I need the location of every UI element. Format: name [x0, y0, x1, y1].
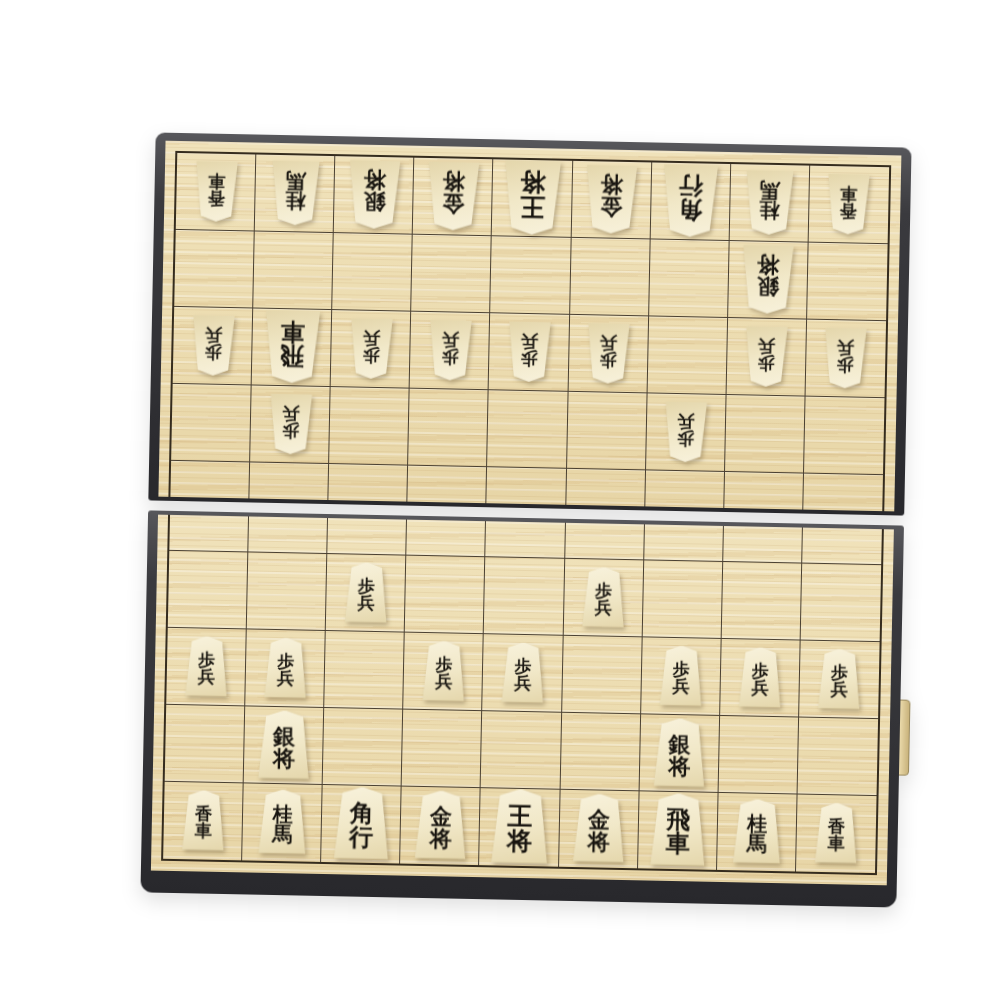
- board-cell: [324, 631, 405, 710]
- piece-gote-lance[interactable]: 香車: [192, 161, 239, 222]
- board-cell: [647, 316, 728, 395]
- piece-sente-pawn[interactable]: 歩兵: [580, 566, 627, 627]
- board-cell: [248, 516, 328, 554]
- board-cell: [642, 560, 723, 639]
- piece-gote-lance[interactable]: 香車: [825, 173, 872, 234]
- piece-gote-silver-general[interactable]: 銀将: [346, 159, 403, 228]
- piece-sente-silver-general[interactable]: 銀将: [651, 718, 708, 787]
- lance-kanji: 香車: [192, 161, 239, 222]
- pawn-kanji: 歩兵: [427, 319, 474, 380]
- gold-general-kanji: 金将: [583, 164, 640, 233]
- board-cell: [562, 636, 643, 715]
- piece-sente-pawn[interactable]: 歩兵: [499, 642, 546, 703]
- knight-kanji: 桂馬: [269, 160, 322, 225]
- pawn-kanji: 歩兵: [343, 562, 390, 623]
- lance-kanji: 香車: [180, 789, 227, 850]
- board-cell: [567, 392, 648, 471]
- board-cell: [174, 230, 255, 309]
- piece-sente-gold-general[interactable]: 金将: [412, 790, 469, 859]
- board-cell: [718, 716, 799, 795]
- board-cell: [487, 390, 568, 469]
- pawn-kanji: 歩兵: [262, 637, 309, 698]
- board-cell: [411, 235, 492, 314]
- king-kanji: 王将: [501, 159, 564, 234]
- board-cell: [170, 461, 250, 499]
- pawn-kanji: 歩兵: [737, 647, 784, 708]
- piece-sente-rook[interactable]: 飛車: [647, 793, 708, 866]
- piece-gote-pawn[interactable]: 歩兵: [585, 322, 632, 383]
- piece-gote-gold-general[interactable]: 金将: [425, 161, 482, 230]
- board-cell: [804, 397, 885, 476]
- board-cell: [405, 556, 486, 635]
- piece-sente-pawn[interactable]: 歩兵: [183, 635, 230, 696]
- piece-sente-bishop[interactable]: 角行: [331, 786, 392, 859]
- pawn-kanji: 歩兵: [580, 566, 627, 627]
- board-cell: [408, 466, 488, 504]
- pawn-kanji: 歩兵: [348, 318, 395, 379]
- rook-kanji: 飛車: [261, 310, 322, 383]
- board-cell: [249, 462, 329, 500]
- pawn-kanji: 歩兵: [662, 401, 709, 462]
- pawn-kanji: 歩兵: [658, 645, 705, 706]
- pawn-kanji: 歩兵: [183, 635, 230, 696]
- pawn-kanji: 歩兵: [189, 315, 236, 376]
- board-cell: [487, 467, 567, 505]
- board-cell: [797, 718, 878, 797]
- board-grid-bottom: 歩兵歩兵歩兵歩兵歩兵歩兵歩兵歩兵歩兵銀将銀将香車桂馬角行金将王将金将飛車桂馬香車: [161, 515, 884, 875]
- board-cell: [803, 474, 883, 512]
- piece-gote-bishop[interactable]: 角行: [660, 164, 721, 237]
- board-cell: [807, 243, 888, 322]
- board-cell: [801, 564, 882, 643]
- bishop-kanji: 角行: [660, 164, 721, 237]
- silver-general-kanji: 銀将: [255, 710, 312, 779]
- wood-surface-top: 香車桂馬銀将金将王将金将角行桂馬香車銀将歩兵飛車歩兵歩兵歩兵歩兵歩兵歩兵歩兵歩兵: [158, 141, 901, 512]
- pawn-kanji: 歩兵: [506, 321, 553, 382]
- board-cell: [645, 470, 725, 508]
- board-cell: [253, 231, 334, 310]
- board-cell: [570, 238, 651, 317]
- board-cell: [560, 713, 641, 792]
- board-bottom-half: 歩兵歩兵歩兵歩兵歩兵歩兵歩兵歩兵歩兵銀将銀将香車桂馬角行金将王将金将飛車桂馬香車: [140, 510, 904, 907]
- board-cell: [329, 464, 409, 502]
- board-cell: [481, 711, 562, 790]
- board-cell: [402, 710, 483, 789]
- pawn-kanji: 歩兵: [585, 322, 632, 383]
- piece-gote-pawn[interactable]: 歩兵: [267, 393, 314, 454]
- knight-kanji: 桂馬: [743, 170, 796, 235]
- knight-kanji: 桂馬: [256, 789, 309, 854]
- board-cell: [408, 389, 489, 468]
- piece-sente-pawn[interactable]: 歩兵: [658, 645, 705, 706]
- silver-general-kanji: 銀将: [740, 244, 797, 313]
- board-grid-top: 香車桂馬銀将金将王将金将角行桂馬香車銀将歩兵飛車歩兵歩兵歩兵歩兵歩兵歩兵歩兵歩兵: [168, 151, 891, 511]
- pawn-kanji: 歩兵: [499, 642, 546, 703]
- piece-gote-gold-general[interactable]: 金将: [583, 164, 640, 233]
- board-cell: [644, 524, 724, 562]
- board-cell: [247, 552, 328, 631]
- piece-gote-pawn[interactable]: 歩兵: [189, 315, 236, 376]
- board-cell: [168, 551, 249, 630]
- piece-sente-king[interactable]: 王将: [488, 788, 551, 863]
- board-cell: [407, 520, 487, 558]
- piece-sente-gold-general[interactable]: 金将: [570, 793, 627, 862]
- pawn-kanji: 歩兵: [822, 327, 869, 388]
- board-cell: [725, 395, 806, 474]
- piece-sente-lance[interactable]: 香車: [180, 789, 227, 850]
- piece-sente-silver-general[interactable]: 銀将: [255, 710, 312, 779]
- board-cell: [332, 233, 413, 312]
- piece-gote-pawn[interactable]: 歩兵: [506, 321, 553, 382]
- silver-general-kanji: 銀将: [651, 718, 708, 787]
- board-cell: [484, 557, 565, 636]
- piece-sente-pawn[interactable]: 歩兵: [420, 640, 467, 701]
- shogi-board: 香車桂馬銀将金将王将金将角行桂馬香車銀将歩兵飛車歩兵歩兵歩兵歩兵歩兵歩兵歩兵歩兵…: [140, 132, 911, 907]
- pawn-kanji: 歩兵: [267, 393, 314, 454]
- board-cell: [327, 518, 407, 556]
- pawn-kanji: 歩兵: [816, 648, 863, 709]
- board-cell: [165, 705, 246, 784]
- gold-general-kanji: 金将: [412, 790, 469, 859]
- board-cell: [491, 236, 572, 315]
- board-cell: [169, 515, 249, 553]
- board-cell: [723, 526, 803, 564]
- bishop-kanji: 角行: [331, 786, 392, 859]
- piece-gote-pawn[interactable]: 歩兵: [743, 326, 790, 387]
- board-cell: [724, 472, 804, 510]
- piece-gote-king[interactable]: 王将: [501, 159, 564, 234]
- board-top-half: 香車桂馬銀将金将王将金将角行桂馬香車銀将歩兵飛車歩兵歩兵歩兵歩兵歩兵歩兵歩兵歩兵: [148, 132, 911, 515]
- king-kanji: 王将: [488, 788, 551, 863]
- piece-sente-pawn[interactable]: 歩兵: [262, 637, 309, 698]
- gold-general-kanji: 金将: [425, 161, 482, 230]
- board-cell: [802, 528, 882, 566]
- board-cell: [566, 469, 646, 507]
- board-cell: [721, 562, 802, 641]
- piece-gote-rook[interactable]: 飛車: [261, 310, 322, 383]
- board-cell: [486, 521, 566, 559]
- piece-sente-pawn[interactable]: 歩兵: [343, 562, 390, 623]
- piece-sente-knight[interactable]: 桂馬: [730, 798, 783, 863]
- wood-surface-bottom: 歩兵歩兵歩兵歩兵歩兵歩兵歩兵歩兵歩兵銀将銀将香車桂馬角行金将王将金将飛車桂馬香車: [151, 515, 894, 886]
- board-cell: [323, 708, 404, 787]
- piece-gote-silver-general[interactable]: 銀将: [740, 244, 797, 313]
- piece-gote-knight[interactable]: 桂馬: [743, 170, 796, 235]
- board-cell: [565, 523, 645, 561]
- piece-gote-pawn[interactable]: 歩兵: [662, 401, 709, 462]
- piece-gote-pawn[interactable]: 歩兵: [427, 319, 474, 380]
- piece-sente-pawn[interactable]: 歩兵: [737, 647, 784, 708]
- board-cell: [171, 384, 252, 463]
- piece-sente-pawn[interactable]: 歩兵: [816, 648, 863, 709]
- lance-kanji: 香車: [813, 802, 860, 863]
- board-cell: [329, 387, 410, 466]
- piece-gote-knight[interactable]: 桂馬: [269, 160, 322, 225]
- rook-kanji: 飛車: [647, 793, 708, 866]
- silver-general-kanji: 銀将: [346, 159, 403, 228]
- lance-kanji: 香車: [825, 173, 872, 234]
- pawn-kanji: 歩兵: [420, 640, 467, 701]
- piece-sente-lance[interactable]: 香車: [813, 802, 860, 863]
- piece-gote-pawn[interactable]: 歩兵: [348, 318, 395, 379]
- board-cell: [649, 239, 730, 318]
- piece-sente-knight[interactable]: 桂馬: [256, 789, 309, 854]
- knight-kanji: 桂馬: [730, 798, 783, 863]
- piece-gote-pawn[interactable]: 歩兵: [822, 327, 869, 388]
- pawn-kanji: 歩兵: [743, 326, 790, 387]
- gold-general-kanji: 金将: [570, 793, 627, 862]
